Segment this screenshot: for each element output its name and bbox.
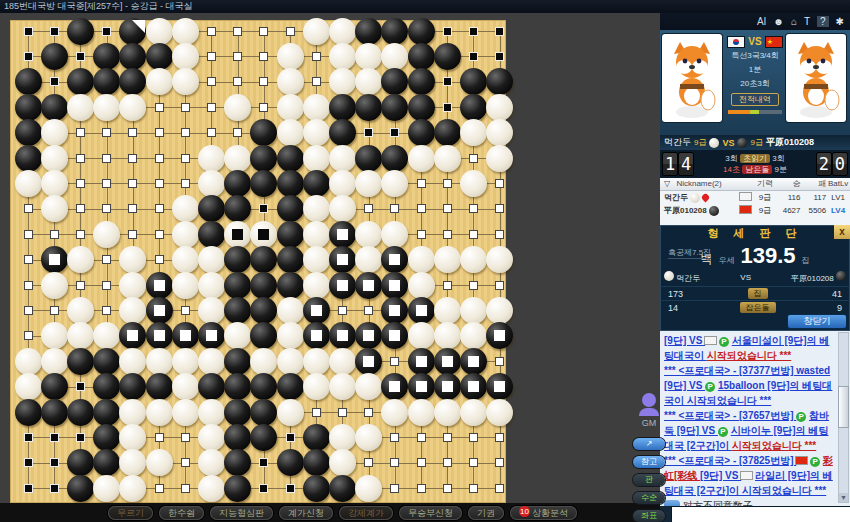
black-stone[interactable] bbox=[329, 246, 356, 273]
white-stone[interactable] bbox=[460, 246, 487, 273]
black-territory-marker bbox=[364, 128, 373, 137]
close-panel-button[interactable]: 창닫기 bbox=[788, 315, 846, 328]
roster-losses: 5506 bbox=[801, 204, 827, 217]
white-stone[interactable] bbox=[146, 18, 173, 45]
white-territory-marker bbox=[76, 179, 85, 188]
chat-text: *** <프로대국> - [37657번방] bbox=[664, 410, 796, 421]
white-stone[interactable] bbox=[486, 297, 513, 324]
white-stone[interactable] bbox=[355, 424, 382, 451]
black-stone[interactable] bbox=[303, 424, 330, 451]
chat-text: [9단] VS bbox=[664, 335, 705, 346]
white-stone[interactable] bbox=[93, 221, 120, 248]
white-stone[interactable] bbox=[355, 170, 382, 197]
white-stone[interactable] bbox=[277, 322, 304, 349]
black-stone[interactable] bbox=[303, 449, 330, 476]
black-stone[interactable] bbox=[329, 94, 356, 121]
white-territory-marker bbox=[155, 154, 164, 163]
go-board[interactable] bbox=[10, 20, 506, 503]
white-stone[interactable] bbox=[434, 297, 461, 324]
white-stone[interactable] bbox=[198, 297, 225, 324]
black-stone[interactable] bbox=[250, 373, 277, 400]
white-stone[interactable] bbox=[119, 246, 146, 273]
white-stone[interactable] bbox=[460, 322, 487, 349]
white-stone[interactable] bbox=[329, 18, 356, 45]
korea-flag-icon bbox=[728, 37, 744, 47]
white-territory-marker bbox=[102, 179, 111, 188]
white-territory-marker bbox=[24, 281, 33, 290]
white-stone[interactable] bbox=[224, 145, 251, 172]
white-stone[interactable] bbox=[198, 475, 225, 502]
white-stone[interactable] bbox=[41, 195, 68, 222]
black-stone[interactable] bbox=[146, 43, 173, 70]
black-stone[interactable] bbox=[198, 322, 225, 349]
dead-stone-marker bbox=[389, 330, 400, 341]
black-stone[interactable] bbox=[460, 373, 487, 400]
black-stone[interactable] bbox=[41, 373, 68, 400]
side-button-4[interactable]: 좌표 bbox=[633, 510, 665, 522]
white-stone[interactable] bbox=[172, 272, 199, 299]
white-territory-marker bbox=[155, 230, 164, 239]
black-stone[interactable] bbox=[250, 170, 277, 197]
black-stone[interactable] bbox=[329, 322, 356, 349]
black-stone[interactable] bbox=[119, 18, 146, 45]
black-stone[interactable] bbox=[224, 272, 251, 299]
white-stone[interactable] bbox=[329, 449, 356, 476]
white-stone[interactable] bbox=[172, 18, 199, 45]
white-stone[interactable] bbox=[460, 119, 487, 146]
white-stone[interactable] bbox=[303, 94, 330, 121]
white-stone[interactable] bbox=[303, 119, 330, 146]
black-stone[interactable] bbox=[93, 348, 120, 375]
black-stone[interactable] bbox=[41, 94, 68, 121]
black-stone[interactable] bbox=[250, 246, 277, 273]
chat-log[interactable]: [9단] VS P 서울미설이 [9단]의 베팅대국이 시작되었습니다 ****… bbox=[660, 331, 850, 506]
white-stone[interactable] bbox=[198, 170, 225, 197]
white-stone[interactable] bbox=[93, 94, 120, 121]
black-stone[interactable] bbox=[250, 322, 277, 349]
black-stone[interactable] bbox=[434, 43, 461, 70]
white-territory-marker bbox=[417, 484, 426, 493]
white-stone[interactable] bbox=[67, 94, 94, 121]
white-stone[interactable] bbox=[172, 348, 199, 375]
filter-icon[interactable]: ▽ bbox=[664, 178, 670, 190]
white-stone[interactable] bbox=[355, 221, 382, 248]
black-stone[interactable] bbox=[224, 475, 251, 502]
white-territory-marker bbox=[155, 103, 164, 112]
white-stone[interactable] bbox=[67, 322, 94, 349]
black-stone[interactable] bbox=[355, 18, 382, 45]
white-stone[interactable] bbox=[119, 272, 146, 299]
white-territory-marker bbox=[259, 103, 268, 112]
help-icon[interactable]: ? bbox=[817, 16, 829, 27]
side-button-0[interactable]: ↗ bbox=[633, 438, 665, 450]
white-stone[interactable] bbox=[329, 424, 356, 451]
white-stone[interactable] bbox=[355, 475, 382, 502]
white-stone[interactable] bbox=[303, 145, 330, 172]
black-stone[interactable] bbox=[93, 43, 120, 70]
dead-stone-marker bbox=[494, 330, 505, 341]
white-stone[interactable] bbox=[303, 221, 330, 248]
white-stone[interactable] bbox=[172, 43, 199, 70]
black-stone[interactable] bbox=[93, 373, 120, 400]
home-icon[interactable]: ⌂ bbox=[791, 16, 797, 27]
black-stone[interactable] bbox=[224, 424, 251, 451]
white-stone[interactable] bbox=[329, 170, 356, 197]
white-stone[interactable] bbox=[67, 246, 94, 273]
black-stone[interactable] bbox=[329, 272, 356, 299]
white-stone[interactable] bbox=[67, 297, 94, 324]
black-stone[interactable] bbox=[355, 348, 382, 375]
white-stone[interactable] bbox=[329, 373, 356, 400]
white-stone[interactable] bbox=[41, 322, 68, 349]
black-stone[interactable] bbox=[277, 145, 304, 172]
white-stone[interactable] bbox=[146, 68, 173, 95]
white-stone[interactable] bbox=[198, 145, 225, 172]
white-stone[interactable] bbox=[119, 297, 146, 324]
black-stone[interactable] bbox=[224, 449, 251, 476]
black-stone[interactable] bbox=[303, 170, 330, 197]
black-stone[interactable] bbox=[277, 246, 304, 273]
white-stone[interactable] bbox=[434, 322, 461, 349]
white-stone[interactable] bbox=[408, 246, 435, 273]
black-stone[interactable] bbox=[15, 68, 42, 95]
black-stone[interactable] bbox=[408, 119, 435, 146]
black-stone[interactable] bbox=[355, 322, 382, 349]
white-stone[interactable] bbox=[460, 297, 487, 324]
black-stone[interactable] bbox=[277, 221, 304, 248]
black-territory-marker bbox=[469, 27, 478, 36]
scroll-down-icon[interactable]: ▼ bbox=[839, 493, 848, 502]
white-stone[interactable] bbox=[355, 43, 382, 70]
white-stone[interactable] bbox=[41, 272, 68, 299]
black-stone[interactable] bbox=[15, 94, 42, 121]
white-stone[interactable] bbox=[486, 246, 513, 273]
black-stone[interactable] bbox=[277, 272, 304, 299]
white-stone[interactable] bbox=[198, 348, 225, 375]
black-territory-marker bbox=[24, 484, 33, 493]
black-stone[interactable] bbox=[41, 246, 68, 273]
white-stone[interactable] bbox=[250, 348, 277, 375]
black-stone[interactable] bbox=[224, 246, 251, 273]
white-stone[interactable] bbox=[434, 246, 461, 273]
white-stone[interactable] bbox=[277, 348, 304, 375]
white-stone[interactable] bbox=[15, 348, 42, 375]
black-stone[interactable] bbox=[460, 348, 487, 375]
black-stone[interactable] bbox=[172, 322, 199, 349]
white-stone[interactable] bbox=[198, 449, 225, 476]
white-stone[interactable] bbox=[198, 246, 225, 273]
white-stone[interactable] bbox=[434, 399, 461, 426]
black-stone[interactable] bbox=[329, 475, 356, 502]
toolbar-button[interactable]: 한수쉼 bbox=[159, 506, 204, 520]
black-stone[interactable] bbox=[329, 221, 356, 248]
black-territory-marker bbox=[50, 458, 59, 467]
white-stone[interactable] bbox=[460, 399, 487, 426]
white-stone[interactable] bbox=[408, 322, 435, 349]
black-stone[interactable] bbox=[381, 18, 408, 45]
black-stone[interactable] bbox=[224, 195, 251, 222]
black-stone[interactable] bbox=[224, 348, 251, 375]
white-stone[interactable] bbox=[119, 449, 146, 476]
side-button-2[interactable]: 판 bbox=[633, 474, 665, 486]
black-stone[interactable] bbox=[93, 399, 120, 426]
black-stone[interactable] bbox=[119, 373, 146, 400]
black-stone[interactable] bbox=[224, 373, 251, 400]
white-stone[interactable] bbox=[355, 246, 382, 273]
white-stone[interactable] bbox=[303, 195, 330, 222]
white-stone[interactable] bbox=[329, 195, 356, 222]
black-stone[interactable] bbox=[224, 297, 251, 324]
chat-text-input[interactable] bbox=[671, 506, 850, 522]
toolbar-button[interactable]: 계가신청 bbox=[279, 506, 333, 520]
white-stone[interactable] bbox=[41, 348, 68, 375]
white-stone[interactable] bbox=[381, 170, 408, 197]
black-stone[interactable] bbox=[486, 68, 513, 95]
white-territory-marker bbox=[24, 331, 33, 340]
white-stone[interactable] bbox=[119, 399, 146, 426]
white-stone[interactable] bbox=[146, 348, 173, 375]
white-stone[interactable] bbox=[355, 373, 382, 400]
black-stone[interactable] bbox=[15, 145, 42, 172]
black-stone[interactable] bbox=[355, 94, 382, 121]
black-stone[interactable] bbox=[408, 18, 435, 45]
roster-row[interactable]: 먹간두9급116117LV1 bbox=[660, 191, 850, 204]
fox-avatar-icon bbox=[666, 40, 718, 120]
gm-avatar-body bbox=[639, 408, 659, 416]
white-territory-marker bbox=[207, 103, 216, 112]
black-stone[interactable] bbox=[119, 68, 146, 95]
white-territory-marker bbox=[128, 179, 137, 188]
white-stone[interactable] bbox=[250, 221, 277, 248]
shirt-icon[interactable]: T bbox=[804, 16, 810, 27]
black-stone[interactable] bbox=[198, 221, 225, 248]
white-stone[interactable] bbox=[434, 145, 461, 172]
black-stone[interactable] bbox=[329, 119, 356, 146]
black-stone[interactable] bbox=[434, 348, 461, 375]
roster-row[interactable]: 平原0102089급46275506LV4 bbox=[660, 204, 850, 217]
white-stone[interactable] bbox=[119, 94, 146, 121]
black-stone[interactable] bbox=[93, 424, 120, 451]
black-territory-marker bbox=[286, 433, 295, 442]
white-stone[interactable] bbox=[303, 373, 330, 400]
black-stone[interactable] bbox=[303, 322, 330, 349]
black-stone[interactable] bbox=[460, 68, 487, 95]
white-stone[interactable] bbox=[329, 145, 356, 172]
black-stone[interactable] bbox=[146, 322, 173, 349]
game-toolbar: 무르기한수쉼지능형심판계가신청강제계가무승부신청기권10상황분석 bbox=[0, 503, 660, 522]
side-button-3[interactable]: 수순 bbox=[633, 492, 665, 504]
white-stone[interactable] bbox=[41, 170, 68, 197]
black-stone[interactable] bbox=[67, 449, 94, 476]
white-stone[interactable] bbox=[486, 119, 513, 146]
white-stone[interactable] bbox=[172, 68, 199, 95]
black-stone[interactable] bbox=[381, 94, 408, 121]
black-stone[interactable] bbox=[250, 272, 277, 299]
black-stone[interactable] bbox=[486, 373, 513, 400]
black-stone[interactable] bbox=[277, 170, 304, 197]
black-stone[interactable] bbox=[277, 373, 304, 400]
white-stone[interactable] bbox=[119, 348, 146, 375]
white-stone[interactable] bbox=[93, 322, 120, 349]
white-stone[interactable] bbox=[224, 322, 251, 349]
toolbar-button[interactable]: 기권 bbox=[468, 506, 504, 520]
white-stone[interactable] bbox=[277, 43, 304, 70]
vs-label: VS bbox=[748, 36, 761, 47]
black-stone[interactable] bbox=[408, 94, 435, 121]
black-stone[interactable] bbox=[250, 424, 277, 451]
white-stone[interactable] bbox=[303, 18, 330, 45]
match-info-line: 1분 bbox=[724, 64, 786, 75]
black-stone[interactable] bbox=[355, 145, 382, 172]
black-stone[interactable] bbox=[381, 272, 408, 299]
toolbar-button[interactable]: 무승부신청 bbox=[399, 506, 462, 520]
black-stone[interactable] bbox=[67, 399, 94, 426]
black-stone[interactable] bbox=[67, 68, 94, 95]
black-stone[interactable] bbox=[15, 119, 42, 146]
white-stone[interactable] bbox=[119, 475, 146, 502]
ai-label[interactable]: AI bbox=[757, 16, 766, 27]
white-stone[interactable] bbox=[277, 297, 304, 324]
black-stone[interactable] bbox=[250, 297, 277, 324]
white-stone[interactable] bbox=[329, 68, 356, 95]
white-stone[interactable] bbox=[172, 399, 199, 426]
black-stone[interactable] bbox=[146, 373, 173, 400]
black-stone[interactable] bbox=[250, 119, 277, 146]
white-stone[interactable] bbox=[460, 170, 487, 197]
white-stone[interactable] bbox=[277, 399, 304, 426]
white-stone[interactable] bbox=[329, 43, 356, 70]
black-stone[interactable] bbox=[41, 43, 68, 70]
black-stone[interactable] bbox=[460, 94, 487, 121]
pro-badge-icon: P bbox=[705, 382, 715, 392]
side-button-1[interactable]: 참고 bbox=[633, 456, 665, 468]
black-stone[interactable] bbox=[303, 297, 330, 324]
close-icon[interactable]: x bbox=[834, 225, 850, 239]
black-stone[interactable] bbox=[250, 399, 277, 426]
white-stone[interactable] bbox=[381, 43, 408, 70]
white-stone[interactable] bbox=[15, 373, 42, 400]
black-stone[interactable] bbox=[198, 195, 225, 222]
left-player-avatar bbox=[662, 34, 722, 122]
black-stone[interactable] bbox=[93, 68, 120, 95]
black-stone[interactable] bbox=[303, 475, 330, 502]
record-button[interactable]: 전적내역 bbox=[731, 93, 779, 106]
black-stone[interactable] bbox=[146, 272, 173, 299]
black-stone[interactable] bbox=[381, 246, 408, 273]
white-stone[interactable] bbox=[172, 195, 199, 222]
white-stone[interactable] bbox=[329, 348, 356, 375]
black-stone[interactable] bbox=[434, 373, 461, 400]
white-territory-marker bbox=[469, 154, 478, 163]
black-stone[interactable] bbox=[198, 373, 225, 400]
black-stone[interactable] bbox=[408, 68, 435, 95]
black-stone[interactable] bbox=[224, 399, 251, 426]
black-stone[interactable] bbox=[15, 399, 42, 426]
black-stone[interactable] bbox=[355, 272, 382, 299]
white-stone[interactable] bbox=[198, 272, 225, 299]
white-territory-marker bbox=[338, 306, 347, 315]
white-stone[interactable] bbox=[224, 221, 251, 248]
black-territory-marker bbox=[24, 27, 33, 36]
white-stone[interactable] bbox=[41, 119, 68, 146]
toolbar-button[interactable]: 10상황분석 bbox=[510, 506, 577, 520]
black-stone[interactable] bbox=[119, 322, 146, 349]
black-stone[interactable] bbox=[408, 373, 435, 400]
black-stone[interactable] bbox=[277, 195, 304, 222]
white-stone[interactable] bbox=[303, 246, 330, 273]
black-stone[interactable] bbox=[486, 322, 513, 349]
white-stone[interactable] bbox=[41, 145, 68, 172]
white-stone[interactable] bbox=[355, 68, 382, 95]
black-stone[interactable] bbox=[381, 297, 408, 324]
white-stone[interactable] bbox=[198, 399, 225, 426]
white-stone[interactable] bbox=[408, 399, 435, 426]
black-stone[interactable] bbox=[277, 449, 304, 476]
white-stone[interactable] bbox=[15, 170, 42, 197]
white-stone[interactable] bbox=[408, 145, 435, 172]
white-stone[interactable] bbox=[198, 424, 225, 451]
white-stone[interactable] bbox=[408, 272, 435, 299]
white-stone[interactable] bbox=[277, 94, 304, 121]
black-stone[interactable] bbox=[67, 475, 94, 502]
white-territory-marker bbox=[155, 255, 164, 264]
gear-icon[interactable]: ✱ bbox=[836, 16, 844, 27]
black-stone[interactable] bbox=[381, 373, 408, 400]
black-stone[interactable] bbox=[250, 145, 277, 172]
black-stone[interactable] bbox=[146, 297, 173, 324]
chat-text: 시작되었습니다 *** bbox=[732, 440, 816, 451]
black-stone[interactable] bbox=[67, 348, 94, 375]
white-stone[interactable] bbox=[486, 145, 513, 172]
white-stone[interactable] bbox=[303, 348, 330, 375]
white-stone[interactable] bbox=[224, 94, 251, 121]
white-stone[interactable] bbox=[303, 272, 330, 299]
black-stone[interactable] bbox=[224, 170, 251, 197]
toolbar-button[interactable]: 지능형심판 bbox=[210, 506, 273, 520]
black-territory-marker bbox=[443, 77, 452, 86]
white-stone[interactable] bbox=[93, 475, 120, 502]
black-stone[interactable] bbox=[41, 399, 68, 426]
white-stone[interactable] bbox=[119, 424, 146, 451]
white-stone[interactable] bbox=[146, 449, 173, 476]
white-stone[interactable] bbox=[277, 119, 304, 146]
black-stone[interactable] bbox=[119, 43, 146, 70]
black-stone[interactable] bbox=[381, 322, 408, 349]
black-stone[interactable] bbox=[381, 145, 408, 172]
white-stone[interactable] bbox=[172, 373, 199, 400]
black-stone[interactable] bbox=[408, 297, 435, 324]
white-stone[interactable] bbox=[172, 221, 199, 248]
white-stone[interactable] bbox=[146, 399, 173, 426]
white-stone[interactable] bbox=[381, 221, 408, 248]
black-stone[interactable] bbox=[408, 348, 435, 375]
white-stone[interactable] bbox=[277, 68, 304, 95]
black-stone[interactable] bbox=[381, 68, 408, 95]
black-stone[interactable] bbox=[67, 18, 94, 45]
white-stone[interactable] bbox=[486, 94, 513, 121]
black-stone[interactable] bbox=[434, 119, 461, 146]
black-stone[interactable] bbox=[93, 449, 120, 476]
white-stone[interactable] bbox=[486, 399, 513, 426]
white-territory-marker bbox=[390, 204, 399, 213]
white-clock: 1 4 bbox=[663, 153, 693, 175]
white-stone[interactable] bbox=[381, 399, 408, 426]
black-stone[interactable] bbox=[408, 43, 435, 70]
white-territory-marker bbox=[207, 77, 216, 86]
chat-scrollbar[interactable]: ▼ bbox=[838, 332, 849, 503]
white-stone[interactable] bbox=[172, 246, 199, 273]
user-icon[interactable]: ☻ bbox=[773, 16, 784, 27]
